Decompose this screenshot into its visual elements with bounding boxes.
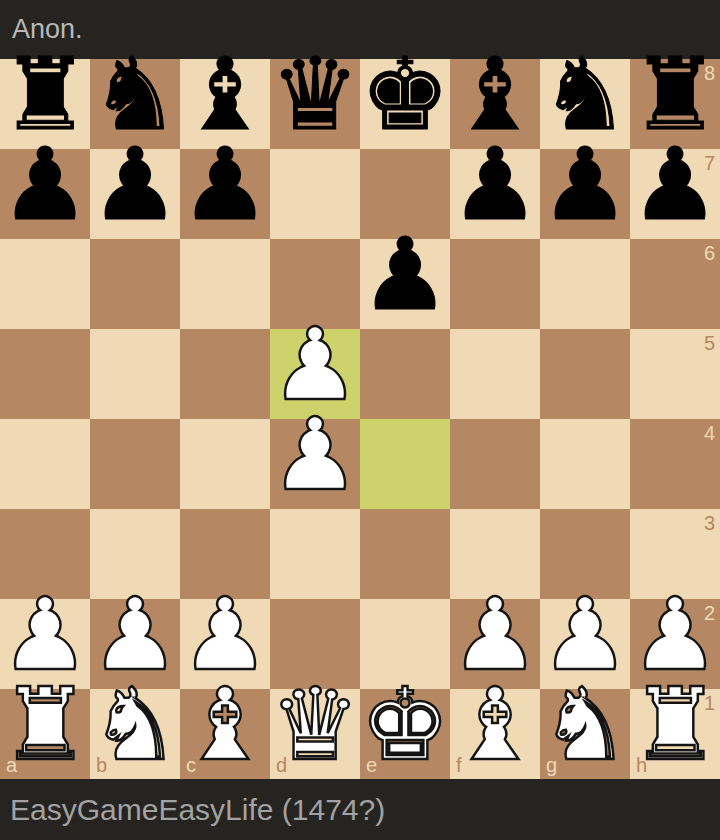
square-c5[interactable] (180, 329, 270, 419)
bottom-player-bar: EasyGameEasyLife (1474?) (0, 779, 720, 840)
square-b6[interactable] (90, 239, 180, 329)
square-g6[interactable] (540, 239, 630, 329)
square-c1[interactable]: ♝c (180, 689, 270, 779)
rank-label-3: 3 (704, 513, 715, 533)
square-f6[interactable] (450, 239, 540, 329)
square-f5[interactable] (450, 329, 540, 419)
square-e4[interactable] (360, 419, 450, 509)
file-label-e: e (366, 755, 377, 775)
file-label-d: d (276, 755, 287, 775)
white-bishop-f1[interactable]: ♝ (450, 689, 540, 779)
square-h5[interactable]: 5 (630, 329, 720, 419)
square-d4[interactable]: ♟ (270, 419, 360, 509)
black-pawn-c7[interactable]: ♟ (180, 149, 270, 239)
square-f1[interactable]: ♝f (450, 689, 540, 779)
rank-label-6: 6 (704, 243, 715, 263)
square-a7[interactable]: ♟ (0, 149, 90, 239)
black-pawn-a7[interactable]: ♟ (0, 149, 90, 239)
square-f7[interactable]: ♟ (450, 149, 540, 239)
square-e8[interactable]: ♚ (360, 59, 450, 149)
square-e1[interactable]: ♚e (360, 689, 450, 779)
square-h4[interactable]: 4 (630, 419, 720, 509)
square-b5[interactable] (90, 329, 180, 419)
square-e5[interactable] (360, 329, 450, 419)
white-pawn-d4[interactable]: ♟ (270, 419, 360, 509)
chess-board: ♜♞♝♛♚♝♞♜8♟♟♟♟♟♟7♟6♟5♟43♟♟♟♟♟♟2♜a♞b♝c♛d♚e… (0, 59, 720, 779)
file-label-f: f (456, 755, 462, 775)
file-label-a: a (6, 755, 17, 775)
square-e6[interactable]: ♟ (360, 239, 450, 329)
square-c4[interactable] (180, 419, 270, 509)
square-a5[interactable] (0, 329, 90, 419)
square-d8[interactable]: ♛ (270, 59, 360, 149)
square-d3[interactable] (270, 509, 360, 599)
rank-label-8: 8 (704, 63, 715, 83)
square-g5[interactable] (540, 329, 630, 419)
square-h6[interactable]: 6 (630, 239, 720, 329)
rank-label-1: 1 (704, 693, 715, 713)
square-a6[interactable] (0, 239, 90, 329)
square-h7[interactable]: ♟7 (630, 149, 720, 239)
black-pawn-f7[interactable]: ♟ (450, 149, 540, 239)
square-d1[interactable]: ♛d (270, 689, 360, 779)
bottom-player-name: EasyGameEasyLife (1474?) (10, 793, 385, 827)
square-g7[interactable]: ♟ (540, 149, 630, 239)
square-g1[interactable]: ♞g (540, 689, 630, 779)
rank-label-2: 2 (704, 603, 715, 623)
square-a4[interactable] (0, 419, 90, 509)
file-label-c: c (186, 755, 196, 775)
square-h1[interactable]: ♜1h (630, 689, 720, 779)
square-c7[interactable]: ♟ (180, 149, 270, 239)
file-label-b: b (96, 755, 107, 775)
square-a1[interactable]: ♜a (0, 689, 90, 779)
square-d7[interactable] (270, 149, 360, 239)
square-c6[interactable] (180, 239, 270, 329)
square-b1[interactable]: ♞b (90, 689, 180, 779)
black-king-e8[interactable]: ♚ (360, 59, 450, 149)
file-label-g: g (546, 755, 557, 775)
square-b7[interactable]: ♟ (90, 149, 180, 239)
square-g4[interactable] (540, 419, 630, 509)
black-pawn-b7[interactable]: ♟ (90, 149, 180, 239)
rank-label-4: 4 (704, 423, 715, 443)
square-e3[interactable] (360, 509, 450, 599)
black-pawn-e6[interactable]: ♟ (360, 239, 450, 329)
rank-label-5: 5 (704, 333, 715, 353)
square-f4[interactable] (450, 419, 540, 509)
square-b4[interactable] (90, 419, 180, 509)
file-label-h: h (636, 755, 647, 775)
rank-label-7: 7 (704, 153, 715, 173)
black-queen-d8[interactable]: ♛ (270, 59, 360, 149)
black-pawn-g7[interactable]: ♟ (540, 149, 630, 239)
